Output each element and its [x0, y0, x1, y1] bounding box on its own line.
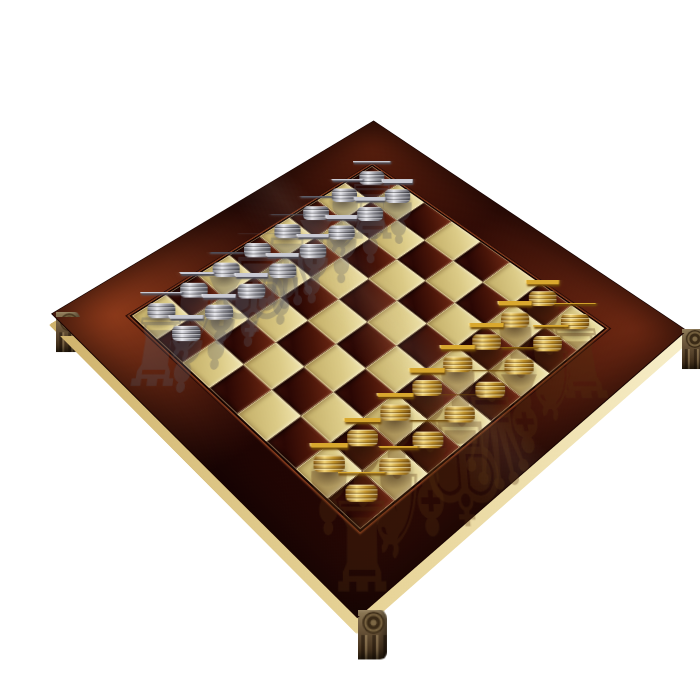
square-g4 [243, 342, 304, 390]
rook-icon: ♜ [323, 389, 399, 490]
board-frame-border: ♜♜♞♞♝♝♛♛♚♚♝♝♞♞♜♜♟♟♟♟♟♟♟♟♟♟♟♟♟♟♟♟♟♟♟♟♟♟♟♟… [51, 121, 687, 619]
chessboard: ♜♜♞♞♝♝♛♛♚♚♝♝♞♞♜♜♟♟♟♟♟♟♟♟♟♟♟♟♟♟♟♟♟♟♟♟♟♟♟♟… [51, 121, 687, 619]
pawn-icon: ♟ [161, 263, 212, 330]
chess-set-photo: ♜♜♞♞♝♝♛♛♚♚♝♝♞♞♜♜♟♟♟♟♟♟♟♟♟♟♟♟♟♟♟♟♟♟♟♟♟♟♟♟… [0, 0, 700, 700]
square-h5 [237, 390, 300, 441]
scene: ♜♜♞♞♝♝♛♛♚♚♝♝♞♞♜♜♟♟♟♟♟♟♟♟♟♟♟♟♟♟♟♟♟♟♟♟♟♟♟♟… [0, 0, 700, 700]
square-h8: ♜♜ [328, 471, 395, 529]
